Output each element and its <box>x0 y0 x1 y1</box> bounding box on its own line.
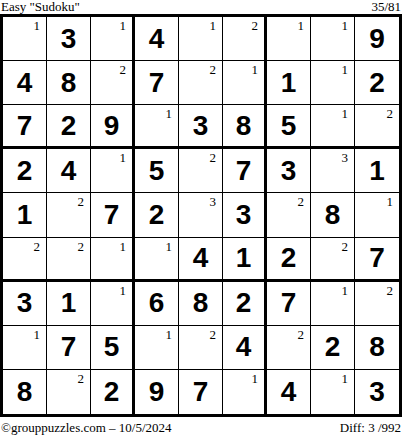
cell-r3c1: 7 <box>3 105 47 149</box>
cell-r2c8: 1 <box>311 61 355 105</box>
cell-r2c9: 2 <box>355 61 399 105</box>
given-value: 5 <box>267 105 310 146</box>
cell-r8c2: 7 <box>47 326 91 370</box>
cell-r9c6: 1 <box>223 370 267 414</box>
cell-r6c6: 1 <box>223 238 267 282</box>
hint-mark: 1 <box>166 239 173 254</box>
cell-r2c1: 4 <box>3 61 47 105</box>
given-value: 7 <box>179 370 222 414</box>
given-value: 2 <box>3 149 46 192</box>
cell-r8c6: 4 <box>223 326 267 370</box>
cell-r5c2: 2 <box>47 193 91 237</box>
given-value: 7 <box>91 193 132 236</box>
cell-r3c4: 1 <box>135 105 179 149</box>
hint-mark: 1 <box>342 62 349 77</box>
given-value: 7 <box>355 238 399 279</box>
cell-r7c5: 8 <box>179 282 223 326</box>
hint-mark: 1 <box>166 106 173 121</box>
cell-r4c5: 2 <box>179 149 223 193</box>
cell-r1c8: 1 <box>311 17 355 61</box>
cell-r8c4: 1 <box>135 326 179 370</box>
given-value: 5 <box>91 326 132 369</box>
hint-mark: 1 <box>120 18 127 33</box>
cell-r4c7: 3 <box>267 149 311 193</box>
cell-r6c5: 4 <box>179 238 223 282</box>
hint-mark: 1 <box>342 18 349 33</box>
given-value: 3 <box>179 105 222 146</box>
copyright-text: ©grouppuzzles.com – 10/5/2024 <box>1 421 172 435</box>
puzzle-page: Easy "Sudoku" 35/81 13141211948272111272… <box>0 0 402 437</box>
given-value: 8 <box>311 193 354 236</box>
given-value: 4 <box>223 326 264 369</box>
given-value: 3 <box>355 370 399 414</box>
cell-r5c8: 8 <box>311 193 355 237</box>
hint-mark: 1 <box>342 106 349 121</box>
cell-r8c9: 8 <box>355 326 399 370</box>
hint-mark: 1 <box>342 371 349 386</box>
cell-r4c8: 3 <box>311 149 355 193</box>
given-value: 1 <box>3 193 46 236</box>
cell-r9c2: 2 <box>47 370 91 414</box>
footer: ©grouppuzzles.com – 10/5/2024 Diff: 3 /9… <box>1 421 401 436</box>
given-value: 2 <box>91 370 132 414</box>
cell-r8c1: 1 <box>3 326 47 370</box>
cell-r7c9: 2 <box>355 282 399 326</box>
cell-r4c1: 2 <box>3 149 47 193</box>
given-value: 1 <box>223 238 264 279</box>
hint-mark: 1 <box>252 62 259 77</box>
hint-mark: 1 <box>120 150 127 165</box>
cell-r6c7: 2 <box>267 238 311 282</box>
cell-r6c3: 1 <box>91 238 135 282</box>
hint-mark: 1 <box>120 283 127 298</box>
given-value: 4 <box>267 370 310 414</box>
hint-mark: 1 <box>34 327 41 342</box>
hint-mark: 3 <box>210 194 217 209</box>
given-value: 3 <box>3 282 46 325</box>
given-value: 1 <box>47 282 90 325</box>
given-value: 5 <box>135 149 178 192</box>
cell-r8c7: 2 <box>267 326 311 370</box>
cell-r9c9: 3 <box>355 370 399 414</box>
cell-r8c8: 2 <box>311 326 355 370</box>
cell-r5c6: 3 <box>223 193 267 237</box>
cell-r3c8: 1 <box>311 105 355 149</box>
cell-r5c4: 2 <box>135 193 179 237</box>
cell-r7c4: 6 <box>135 282 179 326</box>
cell-r4c4: 5 <box>135 149 179 193</box>
hint-mark: 2 <box>78 371 85 386</box>
given-value: 3 <box>223 193 264 236</box>
cell-r2c6: 1 <box>223 61 267 105</box>
given-value: 8 <box>355 326 399 369</box>
cell-r6c1: 2 <box>3 238 47 282</box>
cell-r5c1: 1 <box>3 193 47 237</box>
given-value: 8 <box>47 61 90 104</box>
given-value: 2 <box>267 238 310 279</box>
cell-r1c9: 9 <box>355 17 399 61</box>
cell-r2c2: 8 <box>47 61 91 105</box>
given-value: 7 <box>223 149 264 192</box>
given-value: 4 <box>47 149 90 192</box>
hint-mark: 2 <box>298 327 305 342</box>
given-value: 2 <box>47 105 90 146</box>
cell-r3c2: 2 <box>47 105 91 149</box>
cell-r9c7: 4 <box>267 370 311 414</box>
given-value: 6 <box>135 282 178 325</box>
given-value: 9 <box>135 370 178 414</box>
hint-mark: 2 <box>252 18 259 33</box>
given-value: 9 <box>91 105 132 146</box>
cell-r2c5: 2 <box>179 61 223 105</box>
cell-r8c5: 2 <box>179 326 223 370</box>
given-value: 4 <box>179 238 222 279</box>
cell-r2c3: 2 <box>91 61 135 105</box>
cell-r7c7: 7 <box>267 282 311 326</box>
cell-r8c3: 5 <box>91 326 135 370</box>
given-value: 3 <box>47 17 90 60</box>
cell-r7c8: 1 <box>311 282 355 326</box>
cell-r7c1: 3 <box>3 282 47 326</box>
cell-r9c3: 2 <box>91 370 135 414</box>
cell-r3c9: 2 <box>355 105 399 149</box>
header: Easy "Sudoku" 35/81 <box>1 0 401 13</box>
cell-r1c5: 1 <box>179 17 223 61</box>
given-value: 1 <box>355 149 399 192</box>
cell-r1c1: 1 <box>3 17 47 61</box>
given-value: 2 <box>223 282 264 325</box>
given-value: 7 <box>3 105 46 146</box>
cell-r1c6: 2 <box>223 17 267 61</box>
puzzle-title: Easy "Sudoku" <box>1 0 80 13</box>
cell-r6c4: 1 <box>135 238 179 282</box>
cell-r9c4: 9 <box>135 370 179 414</box>
cell-r4c6: 7 <box>223 149 267 193</box>
hint-mark: 2 <box>210 150 217 165</box>
given-value: 9 <box>355 17 399 60</box>
cell-r1c2: 3 <box>47 17 91 61</box>
given-value: 8 <box>223 105 264 146</box>
cell-r4c2: 4 <box>47 149 91 193</box>
hint-mark: 3 <box>342 150 349 165</box>
cell-r3c7: 5 <box>267 105 311 149</box>
given-value: 2 <box>355 61 399 104</box>
hint-mark: 2 <box>210 62 217 77</box>
cell-r9c8: 1 <box>311 370 355 414</box>
cell-r2c7: 1 <box>267 61 311 105</box>
cell-r7c6: 2 <box>223 282 267 326</box>
given-value: 7 <box>47 326 90 369</box>
cell-r3c5: 3 <box>179 105 223 149</box>
given-value: 7 <box>135 61 178 104</box>
hint-mark: 2 <box>387 283 394 298</box>
difficulty-text: Diff: 3 /992 <box>340 421 401 435</box>
hint-mark: 2 <box>78 239 85 254</box>
given-value: 8 <box>3 370 46 414</box>
hint-mark: 2 <box>78 194 85 209</box>
hint-mark: 1 <box>34 18 41 33</box>
cell-r2c4: 7 <box>135 61 179 105</box>
cells-remaining-counter: 35/81 <box>371 0 401 13</box>
cell-r7c2: 1 <box>47 282 91 326</box>
hint-mark: 1 <box>166 327 173 342</box>
cell-r6c8: 2 <box>311 238 355 282</box>
sudoku-board: 1314121194827211127291385122415273311272… <box>0 14 402 417</box>
cell-r7c3: 1 <box>91 282 135 326</box>
cell-r5c5: 3 <box>179 193 223 237</box>
hint-mark: 2 <box>342 239 349 254</box>
cell-r4c3: 1 <box>91 149 135 193</box>
cell-r1c4: 4 <box>135 17 179 61</box>
hint-mark: 2 <box>120 62 127 77</box>
hint-mark: 2 <box>34 239 41 254</box>
cell-r5c3: 7 <box>91 193 135 237</box>
hint-mark: 1 <box>298 18 305 33</box>
hint-mark: 1 <box>252 371 259 386</box>
hint-mark: 2 <box>298 194 305 209</box>
given-value: 2 <box>135 193 178 236</box>
given-value: 4 <box>3 61 46 104</box>
given-value: 8 <box>179 282 222 325</box>
given-value: 4 <box>135 17 178 60</box>
cell-r3c6: 8 <box>223 105 267 149</box>
hint-mark: 1 <box>120 239 127 254</box>
cell-r9c1: 8 <box>3 370 47 414</box>
cell-r1c3: 1 <box>91 17 135 61</box>
hint-mark: 2 <box>210 327 217 342</box>
cell-r1c7: 1 <box>267 17 311 61</box>
cell-r5c9: 1 <box>355 193 399 237</box>
hint-mark: 1 <box>342 283 349 298</box>
cell-r6c2: 2 <box>47 238 91 282</box>
cell-r4c9: 1 <box>355 149 399 193</box>
cell-r9c5: 7 <box>179 370 223 414</box>
given-value: 1 <box>267 61 310 104</box>
cell-r3c3: 9 <box>91 105 135 149</box>
hint-mark: 2 <box>387 106 394 121</box>
cell-r6c9: 7 <box>355 238 399 282</box>
hint-mark: 1 <box>387 194 394 209</box>
given-value: 7 <box>267 282 310 325</box>
hint-mark: 1 <box>210 18 217 33</box>
cell-r5c7: 2 <box>267 193 311 237</box>
given-value: 3 <box>267 149 310 192</box>
given-value: 2 <box>311 326 354 369</box>
